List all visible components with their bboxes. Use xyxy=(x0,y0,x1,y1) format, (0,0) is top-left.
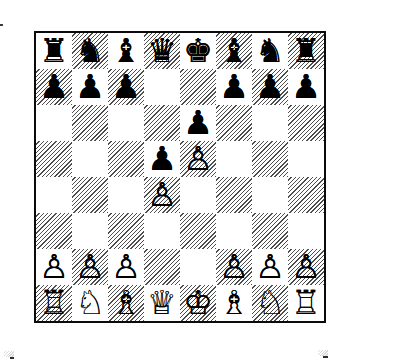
square-h6[interactable] xyxy=(288,105,324,141)
square-c8[interactable]: ♝ xyxy=(108,33,144,69)
square-b2[interactable]: ♙ xyxy=(72,249,108,285)
square-e6[interactable]: ♟ xyxy=(180,105,216,141)
square-e1[interactable]: ♔ xyxy=(180,285,216,321)
piece-black-bishop[interactable]: ♝ xyxy=(219,33,249,69)
square-d3[interactable] xyxy=(144,213,180,249)
piece-white-bishop[interactable]: ♗ xyxy=(111,285,141,321)
square-d2[interactable] xyxy=(144,249,180,285)
square-a6[interactable] xyxy=(36,105,72,141)
square-c7[interactable]: ♟ xyxy=(108,69,144,105)
piece-black-pawn[interactable]: ♟ xyxy=(39,69,69,105)
piece-white-knight[interactable]: ♘ xyxy=(255,285,285,321)
piece-black-pawn[interactable]: ♟ xyxy=(219,69,249,105)
square-d6[interactable] xyxy=(144,105,180,141)
piece-white-pawn[interactable]: ♙ xyxy=(111,249,141,285)
scan-artifact-bottom-right-dash xyxy=(323,356,328,358)
square-b1[interactable]: ♘ xyxy=(72,285,108,321)
square-f6[interactable] xyxy=(216,105,252,141)
piece-black-king[interactable]: ♚ xyxy=(183,33,213,69)
square-g7[interactable]: ♟ xyxy=(252,69,288,105)
square-d8[interactable]: ♛ xyxy=(144,33,180,69)
piece-black-pawn[interactable]: ♟ xyxy=(147,141,177,177)
square-d5[interactable]: ♟ xyxy=(144,141,180,177)
scan-artifact-left xyxy=(0,24,3,26)
piece-black-pawn[interactable]: ♟ xyxy=(183,105,213,141)
square-h4[interactable] xyxy=(288,177,324,213)
square-f4[interactable] xyxy=(216,177,252,213)
square-f3[interactable] xyxy=(216,213,252,249)
square-f5[interactable] xyxy=(216,141,252,177)
piece-white-pawn[interactable]: ♙ xyxy=(39,249,69,285)
square-g6[interactable] xyxy=(252,105,288,141)
piece-black-rook[interactable]: ♜ xyxy=(291,33,321,69)
piece-black-knight[interactable]: ♞ xyxy=(75,33,105,69)
square-g3[interactable] xyxy=(252,213,288,249)
square-b3[interactable] xyxy=(72,213,108,249)
square-f2[interactable]: ♙ xyxy=(216,249,252,285)
piece-black-pawn[interactable]: ♟ xyxy=(291,69,321,105)
square-d7[interactable] xyxy=(144,69,180,105)
square-e5[interactable]: ♙ xyxy=(180,141,216,177)
square-b6[interactable] xyxy=(72,105,108,141)
square-c5[interactable] xyxy=(108,141,144,177)
piece-white-rook[interactable]: ♖ xyxy=(39,285,69,321)
square-a5[interactable] xyxy=(36,141,72,177)
square-a3[interactable] xyxy=(36,213,72,249)
piece-black-pawn[interactable]: ♟ xyxy=(255,69,285,105)
square-g8[interactable]: ♞ xyxy=(252,33,288,69)
piece-black-pawn[interactable]: ♟ xyxy=(111,69,141,105)
piece-black-queen[interactable]: ♛ xyxy=(147,33,177,69)
piece-white-knight[interactable]: ♘ xyxy=(75,285,105,321)
piece-black-bishop[interactable]: ♝ xyxy=(111,33,141,69)
square-a7[interactable]: ♟ xyxy=(36,69,72,105)
square-a2[interactable]: ♙ xyxy=(36,249,72,285)
square-c3[interactable] xyxy=(108,213,144,249)
page-background: { "game": "chess", "position": { "fen": … xyxy=(0,0,415,360)
square-f1[interactable]: ♗ xyxy=(216,285,252,321)
square-h2[interactable]: ♙ xyxy=(288,249,324,285)
square-a8[interactable]: ♜ xyxy=(36,33,72,69)
square-f7[interactable]: ♟ xyxy=(216,69,252,105)
square-e7[interactable] xyxy=(180,69,216,105)
square-e8[interactable]: ♚ xyxy=(180,33,216,69)
square-g5[interactable] xyxy=(252,141,288,177)
square-b5[interactable] xyxy=(72,141,108,177)
square-c2[interactable]: ♙ xyxy=(108,249,144,285)
square-g2[interactable]: ♙ xyxy=(252,249,288,285)
piece-white-pawn[interactable]: ♙ xyxy=(255,249,285,285)
piece-black-pawn[interactable]: ♟ xyxy=(75,69,105,105)
piece-white-pawn[interactable]: ♙ xyxy=(75,249,105,285)
square-h8[interactable]: ♜ xyxy=(288,33,324,69)
square-g1[interactable]: ♘ xyxy=(252,285,288,321)
square-f8[interactable]: ♝ xyxy=(216,33,252,69)
square-c4[interactable] xyxy=(108,177,144,213)
piece-white-rook[interactable]: ♖ xyxy=(291,285,321,321)
square-a4[interactable] xyxy=(36,177,72,213)
square-h7[interactable]: ♟ xyxy=(288,69,324,105)
piece-white-king[interactable]: ♔ xyxy=(183,285,213,321)
scan-artifact-bottom-left-dash xyxy=(10,357,14,359)
piece-white-pawn[interactable]: ♙ xyxy=(291,249,321,285)
square-b4[interactable] xyxy=(72,177,108,213)
square-c1[interactable]: ♗ xyxy=(108,285,144,321)
piece-white-bishop[interactable]: ♗ xyxy=(219,285,249,321)
chess-board: ♜♞♝♛♚♝♞♜♟♟♟♟♟♟♟♟♙♙♙♙♙♙♙♙♖♘♗♕♔♗♘♖ xyxy=(34,31,326,323)
square-h5[interactable] xyxy=(288,141,324,177)
square-e3[interactable] xyxy=(180,213,216,249)
square-d1[interactable]: ♕ xyxy=(144,285,180,321)
square-b8[interactable]: ♞ xyxy=(72,33,108,69)
square-g4[interactable] xyxy=(252,177,288,213)
square-a1[interactable]: ♖ xyxy=(36,285,72,321)
piece-white-pawn[interactable]: ♙ xyxy=(183,141,213,177)
square-b7[interactable]: ♟ xyxy=(72,69,108,105)
square-e2[interactable] xyxy=(180,249,216,285)
piece-white-pawn[interactable]: ♙ xyxy=(147,177,177,213)
square-e4[interactable] xyxy=(180,177,216,213)
piece-black-rook[interactable]: ♜ xyxy=(39,33,69,69)
piece-black-knight[interactable]: ♞ xyxy=(255,33,285,69)
piece-white-pawn[interactable]: ♙ xyxy=(219,249,249,285)
piece-white-queen[interactable]: ♕ xyxy=(147,285,177,321)
square-d4[interactable]: ♙ xyxy=(144,177,180,213)
square-h1[interactable]: ♖ xyxy=(288,285,324,321)
square-h3[interactable] xyxy=(288,213,324,249)
square-c6[interactable] xyxy=(108,105,144,141)
